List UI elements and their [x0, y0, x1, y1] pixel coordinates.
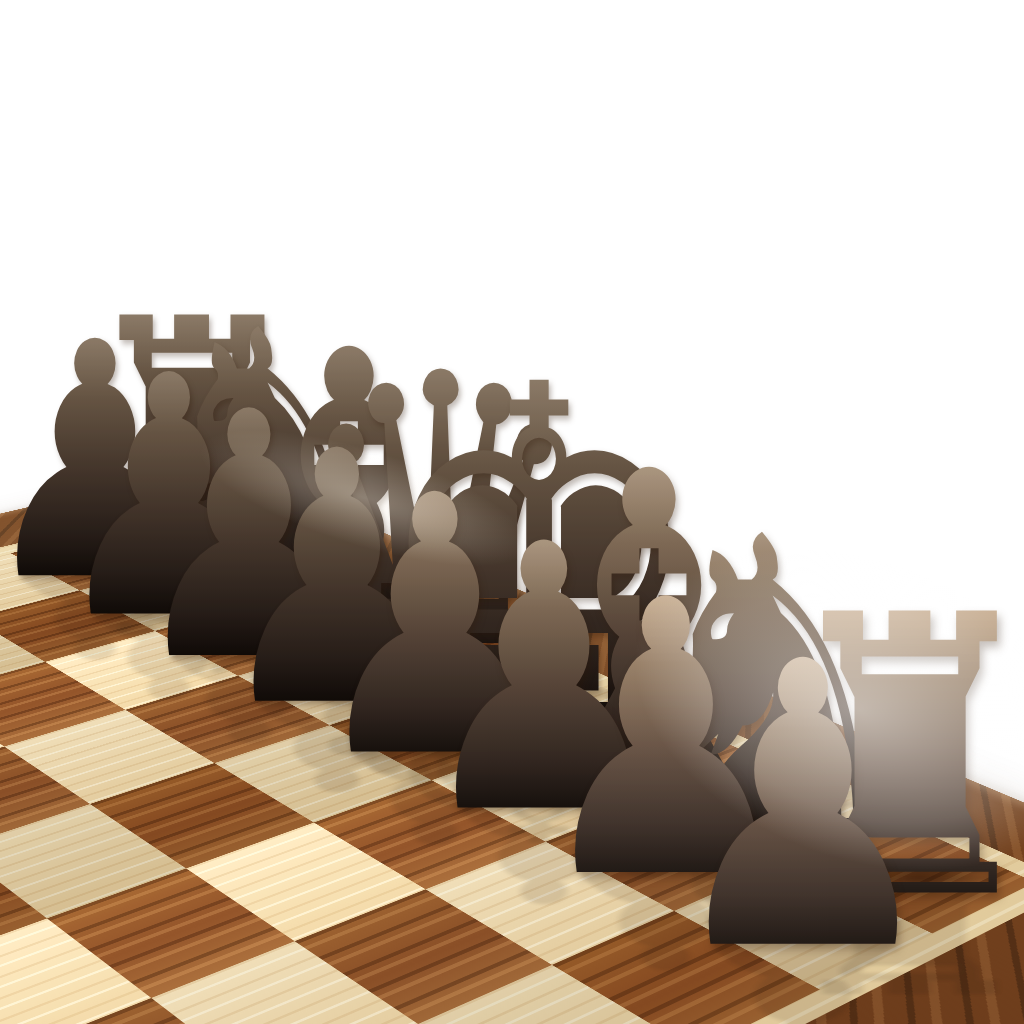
- board-inlay-frame: [0, 498, 1024, 1024]
- chess-board: [0, 463, 1024, 1024]
- chess-set-photo-scene: ♜♜♞♞♝♝♛♛♚♚♝♝♞♞♜♜♟♟♟♟♟♟♟♟♟♟♟♟♟♟♟♟: [0, 0, 1024, 1024]
- board-grid: [0, 506, 1024, 1024]
